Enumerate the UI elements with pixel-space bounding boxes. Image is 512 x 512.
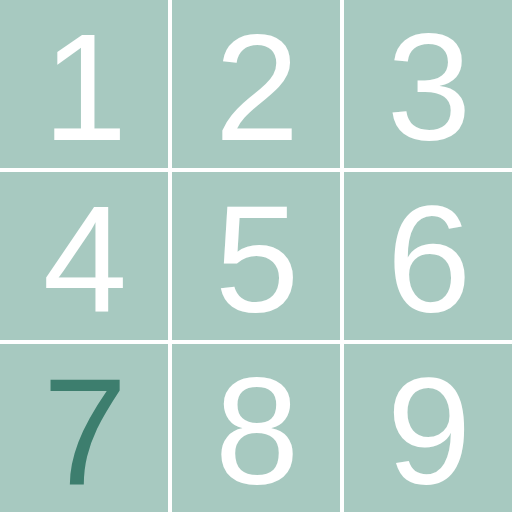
cell-r2c1[interactable]: 4	[0, 172, 168, 340]
cell-r3c2[interactable]: 8	[172, 344, 340, 512]
cell-r2c2[interactable]: 5	[172, 172, 340, 340]
cell-r1c1[interactable]: 1	[0, 0, 168, 168]
cell-r2c3[interactable]: 6	[344, 172, 512, 340]
cell-r1c3[interactable]: 3	[344, 0, 512, 168]
cell-r3c1[interactable]: 7	[0, 344, 168, 512]
cell-r1c2[interactable]: 2	[172, 0, 340, 168]
sudoku-grid: 1 2 3 4 5 6 7 8 9	[0, 0, 512, 512]
cell-r3c3[interactable]: 9	[344, 344, 512, 512]
